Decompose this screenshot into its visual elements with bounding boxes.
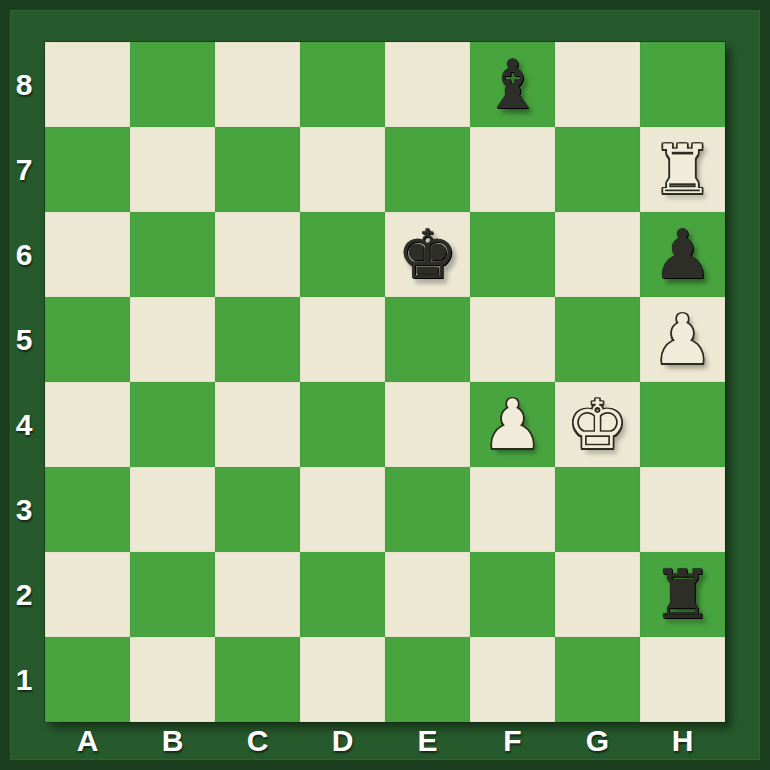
square-e3[interactable] (385, 467, 470, 552)
square-g1[interactable] (555, 637, 640, 722)
square-d2[interactable] (300, 552, 385, 637)
square-g7[interactable] (555, 127, 640, 212)
rank-label-2: 2 (6, 552, 42, 637)
rank-label-6: 6 (6, 212, 42, 297)
square-c2[interactable] (215, 552, 300, 637)
rank-label-4: 4 (6, 382, 42, 467)
square-a4[interactable] (45, 382, 130, 467)
square-c4[interactable] (215, 382, 300, 467)
rank-label-8: 8 (6, 42, 42, 127)
square-a8[interactable] (45, 42, 130, 127)
black-bishop-f8[interactable]: ♝ (482, 42, 543, 127)
square-f6[interactable] (470, 212, 555, 297)
square-a7[interactable] (45, 127, 130, 212)
rank-label-3: 3 (6, 467, 42, 552)
square-g5[interactable] (555, 297, 640, 382)
square-f8[interactable]: ♝ (470, 42, 555, 127)
square-g4[interactable]: ♚ (555, 382, 640, 467)
file-label-e: E (385, 720, 470, 762)
square-d3[interactable] (300, 467, 385, 552)
square-e6[interactable]: ♚ (385, 212, 470, 297)
white-pawn-h5[interactable]: ♟ (652, 297, 713, 382)
file-label-a: A (45, 720, 130, 762)
square-g8[interactable] (555, 42, 640, 127)
square-a3[interactable] (45, 467, 130, 552)
white-king-g4[interactable]: ♚ (567, 382, 628, 467)
file-label-c: C (215, 720, 300, 762)
square-h6[interactable]: ♟ (640, 212, 725, 297)
square-b4[interactable] (130, 382, 215, 467)
square-h7[interactable]: ♜ (640, 127, 725, 212)
file-label-h: H (640, 720, 725, 762)
chess-board: ♝♜♚♟♟♟♚♜ (45, 42, 725, 722)
square-b5[interactable] (130, 297, 215, 382)
square-d7[interactable] (300, 127, 385, 212)
square-b6[interactable] (130, 212, 215, 297)
square-b2[interactable] (130, 552, 215, 637)
black-king-e6[interactable]: ♚ (397, 212, 458, 297)
square-b3[interactable] (130, 467, 215, 552)
rank-label-1: 1 (6, 637, 42, 722)
square-h4[interactable] (640, 382, 725, 467)
square-f7[interactable] (470, 127, 555, 212)
rank-label-7: 7 (6, 127, 42, 212)
square-b1[interactable] (130, 637, 215, 722)
square-c8[interactable] (215, 42, 300, 127)
square-c1[interactable] (215, 637, 300, 722)
square-h3[interactable] (640, 467, 725, 552)
file-label-b: B (130, 720, 215, 762)
square-b7[interactable] (130, 127, 215, 212)
square-d4[interactable] (300, 382, 385, 467)
square-a6[interactable] (45, 212, 130, 297)
square-h1[interactable] (640, 637, 725, 722)
square-g2[interactable] (555, 552, 640, 637)
file-label-g: G (555, 720, 640, 762)
square-e4[interactable] (385, 382, 470, 467)
square-h5[interactable]: ♟ (640, 297, 725, 382)
square-a5[interactable] (45, 297, 130, 382)
white-pawn-f4[interactable]: ♟ (482, 382, 543, 467)
square-f3[interactable] (470, 467, 555, 552)
square-c7[interactable] (215, 127, 300, 212)
file-label-d: D (300, 720, 385, 762)
file-label-f: F (470, 720, 555, 762)
square-c5[interactable] (215, 297, 300, 382)
square-e8[interactable] (385, 42, 470, 127)
square-e5[interactable] (385, 297, 470, 382)
square-f1[interactable] (470, 637, 555, 722)
square-g3[interactable] (555, 467, 640, 552)
square-a1[interactable] (45, 637, 130, 722)
square-e2[interactable] (385, 552, 470, 637)
square-d6[interactable] (300, 212, 385, 297)
board-frame: ♝♜♚♟♟♟♚♜ 87654321 ABCDEFGH (0, 0, 770, 770)
square-d1[interactable] (300, 637, 385, 722)
square-h2[interactable]: ♜ (640, 552, 725, 637)
square-d5[interactable] (300, 297, 385, 382)
square-c3[interactable] (215, 467, 300, 552)
black-rook-h2[interactable]: ♜ (652, 552, 713, 637)
black-pawn-h6[interactable]: ♟ (652, 212, 713, 297)
square-b8[interactable] (130, 42, 215, 127)
square-d8[interactable] (300, 42, 385, 127)
white-rook-h7[interactable]: ♜ (652, 127, 713, 212)
square-c6[interactable] (215, 212, 300, 297)
square-g6[interactable] (555, 212, 640, 297)
square-f2[interactable] (470, 552, 555, 637)
square-e1[interactable] (385, 637, 470, 722)
square-e7[interactable] (385, 127, 470, 212)
square-f4[interactable]: ♟ (470, 382, 555, 467)
rank-label-5: 5 (6, 297, 42, 382)
square-a2[interactable] (45, 552, 130, 637)
square-h8[interactable] (640, 42, 725, 127)
square-f5[interactable] (470, 297, 555, 382)
